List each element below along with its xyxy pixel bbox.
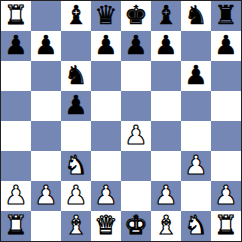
square-g1[interactable]: ♞ — [181, 211, 211, 241]
piece-black-knight: ♞ — [64, 62, 87, 88]
square-g6[interactable]: ♟ — [181, 61, 211, 91]
piece-white-pawn: ♟ — [214, 182, 237, 208]
square-b2[interactable]: ♟ — [31, 181, 61, 211]
piece-black-pawn: ♟ — [154, 32, 177, 58]
square-a4[interactable] — [1, 121, 31, 151]
square-d2[interactable]: ♟ — [91, 181, 121, 211]
square-h5[interactable] — [211, 91, 241, 121]
square-b4[interactable] — [31, 121, 61, 151]
square-g2[interactable] — [181, 181, 211, 211]
square-e7[interactable]: ♟ — [121, 31, 151, 61]
square-e4[interactable]: ♟ — [121, 121, 151, 151]
piece-black-bishop: ♝ — [154, 2, 177, 28]
square-a2[interactable]: ♟ — [1, 181, 31, 211]
piece-white-king: ♚ — [124, 212, 147, 238]
square-g4[interactable] — [181, 121, 211, 151]
square-h6[interactable] — [211, 61, 241, 91]
square-a3[interactable] — [1, 151, 31, 181]
square-f7[interactable]: ♟ — [151, 31, 181, 61]
square-e6[interactable] — [121, 61, 151, 91]
piece-white-queen: ♛ — [94, 212, 117, 238]
square-e2[interactable] — [121, 181, 151, 211]
square-b1[interactable] — [31, 211, 61, 241]
square-d1[interactable]: ♛ — [91, 211, 121, 241]
piece-white-bishop: ♝ — [64, 212, 87, 238]
piece-black-pawn: ♟ — [64, 92, 87, 118]
piece-white-pawn: ♟ — [64, 182, 87, 208]
square-d6[interactable] — [91, 61, 121, 91]
square-c3[interactable]: ♞ — [61, 151, 91, 181]
square-h8[interactable]: ♜ — [211, 1, 241, 31]
square-h1[interactable]: ♜ — [211, 211, 241, 241]
square-c8[interactable]: ♝ — [61, 1, 91, 31]
piece-white-pawn: ♟ — [34, 182, 57, 208]
square-d4[interactable] — [91, 121, 121, 151]
square-f4[interactable] — [151, 121, 181, 151]
square-a5[interactable] — [1, 91, 31, 121]
square-f8[interactable]: ♝ — [151, 1, 181, 31]
square-b3[interactable] — [31, 151, 61, 181]
piece-white-pawn: ♟ — [4, 182, 27, 208]
square-d7[interactable]: ♟ — [91, 31, 121, 61]
piece-black-rook: ♜ — [214, 2, 237, 28]
piece-black-pawn: ♟ — [184, 62, 207, 88]
piece-black-knight: ♞ — [184, 2, 207, 28]
piece-black-bishop: ♝ — [64, 2, 87, 28]
chess-board: ♜♝♛♚♝♞♜♟♟♟♟♟♟♞♟♟♟♞♟♟♟♟♟♟♟♜♝♛♚♝♞♜ — [0, 0, 242, 242]
piece-white-pawn: ♟ — [154, 182, 177, 208]
piece-white-rook: ♜ — [4, 212, 27, 238]
square-h2[interactable]: ♟ — [211, 181, 241, 211]
square-g7[interactable] — [181, 31, 211, 61]
square-e3[interactable] — [121, 151, 151, 181]
piece-black-king: ♚ — [124, 2, 147, 28]
piece-white-bishop: ♝ — [154, 212, 177, 238]
square-a1[interactable]: ♜ — [1, 211, 31, 241]
square-d3[interactable] — [91, 151, 121, 181]
square-b8[interactable] — [31, 1, 61, 31]
square-c4[interactable] — [61, 121, 91, 151]
square-d8[interactable]: ♛ — [91, 1, 121, 31]
square-c2[interactable]: ♟ — [61, 181, 91, 211]
square-b6[interactable] — [31, 61, 61, 91]
square-a7[interactable]: ♟ — [1, 31, 31, 61]
square-h3[interactable] — [211, 151, 241, 181]
piece-white-rook: ♜ — [4, 2, 27, 28]
square-b7[interactable]: ♟ — [31, 31, 61, 61]
piece-black-pawn: ♟ — [34, 32, 57, 58]
square-e8[interactable]: ♚ — [121, 1, 151, 31]
square-c7[interactable] — [61, 31, 91, 61]
square-f6[interactable] — [151, 61, 181, 91]
square-a6[interactable] — [1, 61, 31, 91]
piece-white-pawn: ♟ — [184, 152, 207, 178]
square-c5[interactable]: ♟ — [61, 91, 91, 121]
square-f2[interactable]: ♟ — [151, 181, 181, 211]
square-c1[interactable]: ♝ — [61, 211, 91, 241]
piece-white-knight: ♞ — [184, 212, 207, 238]
square-e5[interactable] — [121, 91, 151, 121]
square-d5[interactable] — [91, 91, 121, 121]
square-h7[interactable]: ♟ — [211, 31, 241, 61]
piece-white-pawn: ♟ — [94, 182, 117, 208]
square-g8[interactable]: ♞ — [181, 1, 211, 31]
piece-black-pawn: ♟ — [124, 32, 147, 58]
square-f5[interactable] — [151, 91, 181, 121]
square-h4[interactable] — [211, 121, 241, 151]
square-b5[interactable] — [31, 91, 61, 121]
piece-black-queen: ♛ — [94, 2, 117, 28]
square-f3[interactable] — [151, 151, 181, 181]
square-g5[interactable] — [181, 91, 211, 121]
piece-white-knight: ♞ — [64, 152, 87, 178]
piece-black-pawn: ♟ — [94, 32, 117, 58]
square-c6[interactable]: ♞ — [61, 61, 91, 91]
square-g3[interactable]: ♟ — [181, 151, 211, 181]
piece-white-rook: ♜ — [214, 212, 237, 238]
piece-black-pawn: ♟ — [214, 32, 237, 58]
piece-black-pawn: ♟ — [4, 32, 27, 58]
square-f1[interactable]: ♝ — [151, 211, 181, 241]
square-a8[interactable]: ♜ — [1, 1, 31, 31]
piece-white-pawn: ♟ — [124, 122, 147, 148]
square-e1[interactable]: ♚ — [121, 211, 151, 241]
